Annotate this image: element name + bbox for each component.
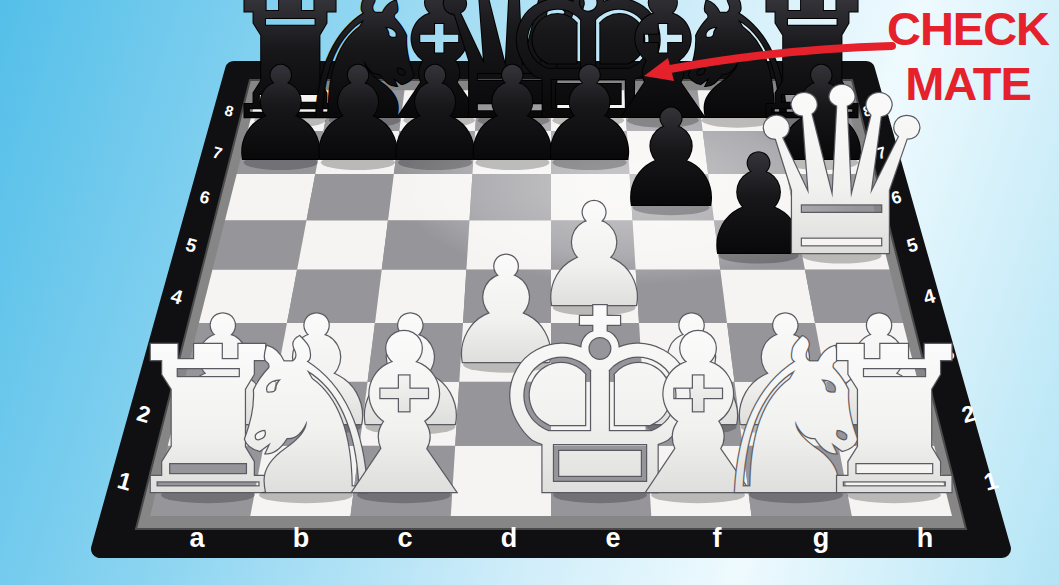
caption-line-2: MATE: [877, 57, 1059, 112]
caption-line-1: CHECK: [877, 2, 1059, 57]
checkmate-illustration: abcdefgh1122334455667788 ♜♞♝♛♚♝♞♜♟♟♟♟♟♟♟…: [0, 0, 1059, 585]
checkmate-caption: CHECK MATE: [877, 2, 1059, 111]
square-a5: [212, 220, 306, 269]
square-b5: [297, 220, 388, 269]
white-bishop-c1: ♝: [305, 287, 503, 544]
white-rook-h1: ♜: [803, 304, 985, 540]
